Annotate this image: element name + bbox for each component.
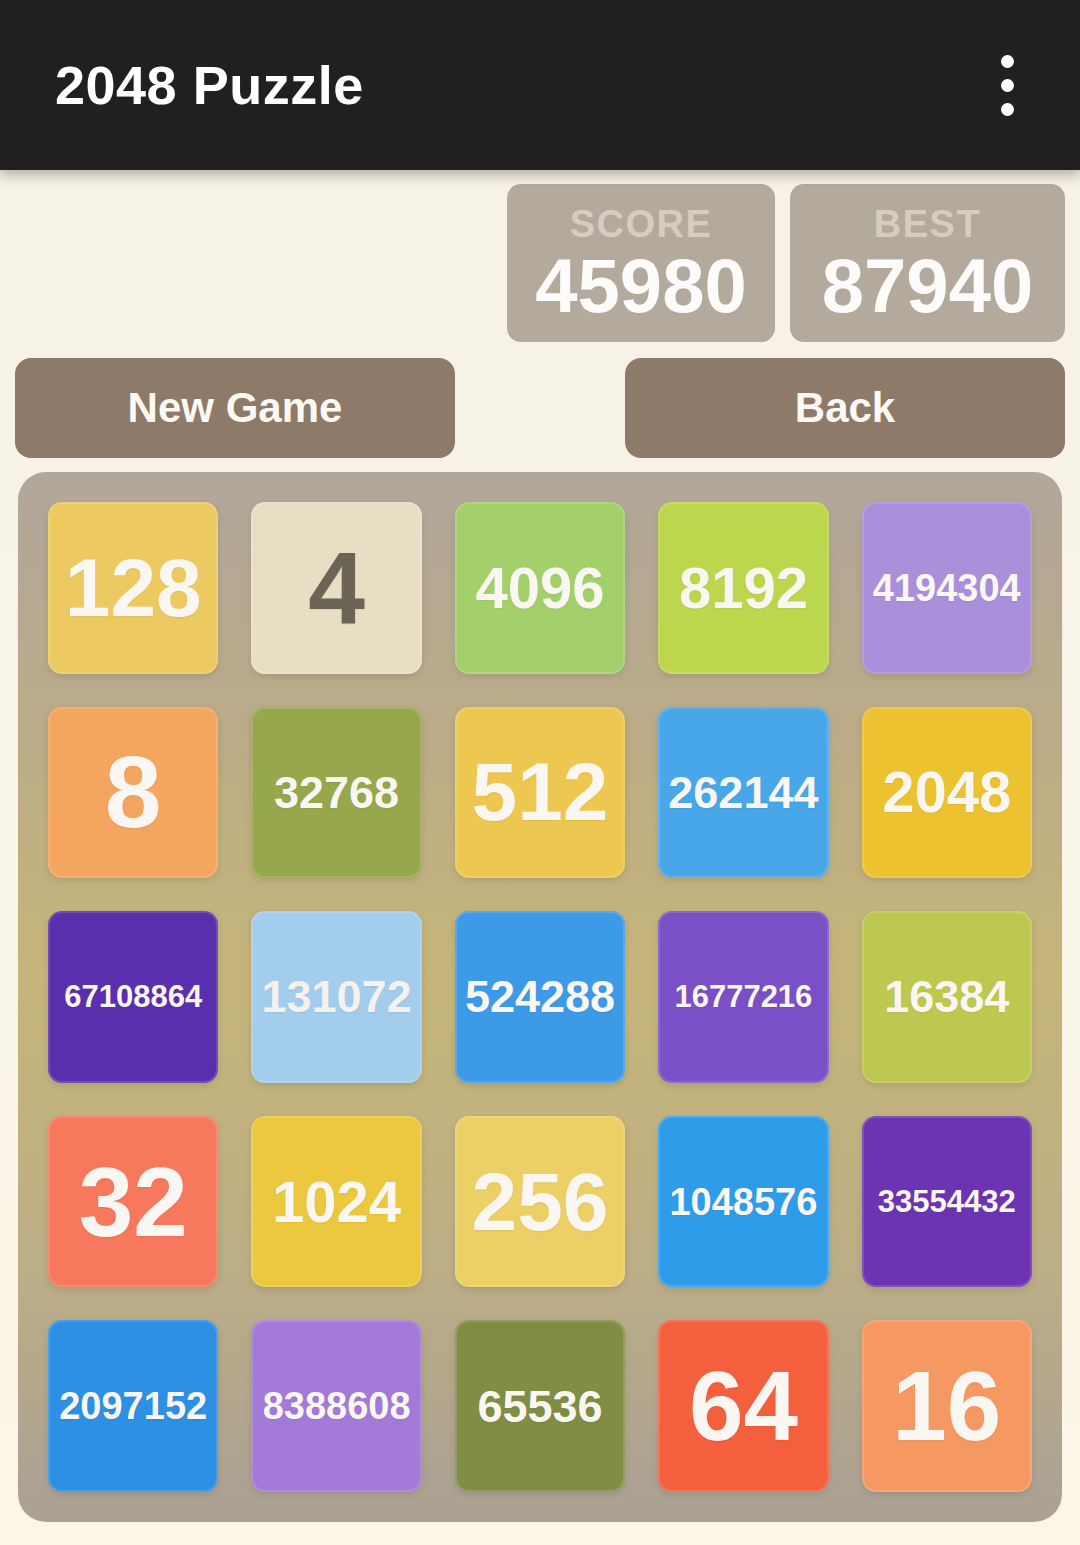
tile-33554432: 33554432 [862,1116,1032,1288]
tile-128: 128 [48,502,218,674]
back-button[interactable]: Back [625,358,1065,458]
tile-4: 4 [251,502,421,674]
new-game-button[interactable]: New Game [15,358,455,458]
best-label: BEST [874,203,981,246]
tile-64: 64 [658,1320,828,1492]
kebab-menu-icon [1001,103,1014,116]
best-panel: BEST 87940 [790,184,1065,342]
tile-262144: 262144 [658,707,828,879]
tile-65536: 65536 [455,1320,625,1492]
tile-4096: 4096 [455,502,625,674]
kebab-menu-icon [1001,55,1014,68]
tile-8192: 8192 [658,502,828,674]
kebab-menu-icon [1001,79,1014,92]
tile-1024: 1024 [251,1116,421,1288]
app-bar: 2048 Puzzle [0,0,1080,170]
tile-16: 16 [862,1320,1032,1492]
tile-524288: 524288 [455,911,625,1083]
tile-512: 512 [455,707,625,879]
tile-131072: 131072 [251,911,421,1083]
game-board[interactable]: 1284409681924194304832768512262144204867… [18,472,1062,1522]
tile-32768: 32768 [251,707,421,879]
tile-2048: 2048 [862,707,1032,879]
tile-1048576: 1048576 [658,1116,828,1288]
tile-8: 8 [48,707,218,879]
tile-4194304: 4194304 [862,502,1032,674]
tile-256: 256 [455,1116,625,1288]
tile-2097152: 2097152 [48,1320,218,1492]
tile-16384: 16384 [862,911,1032,1083]
score-value: 45980 [535,248,746,324]
tile-32: 32 [48,1116,218,1288]
tile-67108864: 67108864 [48,911,218,1083]
overflow-menu-button[interactable] [962,35,1052,135]
score-panel: SCORE 45980 [507,184,775,342]
tile-8388608: 8388608 [251,1320,421,1492]
score-label: SCORE [570,203,713,246]
best-value: 87940 [822,248,1033,324]
tile-16777216: 16777216 [658,911,828,1083]
app-title: 2048 Puzzle [55,54,364,116]
